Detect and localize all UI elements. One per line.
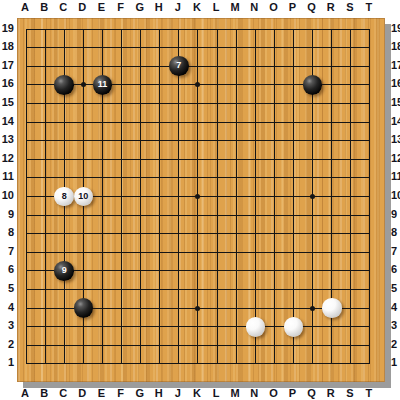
- column-label-top-J: J: [170, 1, 186, 14]
- row-label-right-2: 2: [391, 338, 400, 351]
- stone-white-R4[interactable]: [322, 298, 342, 318]
- column-label-bottom-M: M: [227, 387, 243, 400]
- row-label-right-5: 5: [391, 282, 400, 295]
- column-label-bottom-O: O: [265, 387, 281, 400]
- grid-line-horizontal: [26, 270, 370, 271]
- row-label-right-7: 7: [391, 245, 400, 258]
- column-label-bottom-J: J: [170, 387, 186, 400]
- column-label-top-D: D: [74, 1, 90, 14]
- row-label-left-1: 1: [0, 356, 14, 369]
- star-point-D16: [81, 82, 86, 87]
- column-label-top-A: A: [17, 1, 33, 14]
- stone-black-Q16[interactable]: [303, 75, 323, 95]
- column-label-bottom-S: S: [342, 387, 358, 400]
- row-label-right-10: 10: [391, 189, 400, 202]
- stone-white-D10-move-10[interactable]: 10: [74, 187, 94, 207]
- row-label-right-1: 1: [391, 356, 400, 369]
- column-label-bottom-Q: Q: [304, 387, 320, 400]
- stone-white-P3[interactable]: [284, 317, 304, 337]
- stone-black-E16-move-11[interactable]: 11: [93, 75, 113, 95]
- move-number-label: 10: [78, 187, 88, 207]
- column-label-bottom-F: F: [113, 387, 129, 400]
- star-point-K16: [195, 82, 200, 87]
- stone-white-N3[interactable]: [246, 317, 266, 337]
- row-label-right-13: 13: [391, 133, 400, 146]
- column-label-top-K: K: [189, 1, 205, 14]
- row-label-right-11: 11: [391, 170, 400, 183]
- grid-line-horizontal: [26, 215, 370, 216]
- grid-line-vertical: [293, 29, 294, 364]
- row-label-left-3: 3: [0, 319, 14, 332]
- move-number-label: 9: [62, 261, 67, 281]
- row-label-right-12: 12: [391, 152, 400, 165]
- column-label-bottom-B: B: [36, 387, 52, 400]
- column-label-top-G: G: [132, 1, 148, 14]
- grid-line-vertical: [255, 29, 256, 364]
- row-label-right-8: 8: [391, 226, 400, 239]
- star-point-Q10: [310, 194, 315, 199]
- row-label-left-4: 4: [0, 301, 14, 314]
- row-label-left-11: 11: [0, 170, 14, 183]
- move-number-label: 7: [176, 56, 181, 76]
- grid-line-vertical: [274, 29, 275, 364]
- grid-line-horizontal: [26, 289, 370, 290]
- row-label-right-16: 16: [391, 77, 400, 90]
- grid-line-vertical: [350, 29, 351, 364]
- column-label-top-C: C: [55, 1, 71, 14]
- column-label-bottom-E: E: [93, 387, 109, 400]
- grid-line-vertical: [236, 29, 237, 364]
- column-label-top-Q: Q: [304, 1, 320, 14]
- star-point-K4: [195, 306, 200, 311]
- column-label-bottom-P: P: [285, 387, 301, 400]
- column-label-top-B: B: [36, 1, 52, 14]
- column-label-bottom-G: G: [132, 387, 148, 400]
- row-label-left-17: 17: [0, 59, 14, 72]
- grid-line-horizontal: [26, 252, 370, 253]
- grid-line-horizontal: [26, 326, 370, 327]
- move-number-label: 8: [62, 187, 67, 207]
- column-label-top-M: M: [227, 1, 243, 14]
- row-label-left-2: 2: [0, 338, 14, 351]
- stone-white-C10-move-8[interactable]: 8: [54, 187, 74, 207]
- grid-line-horizontal: [26, 363, 370, 364]
- row-label-right-6: 6: [391, 263, 400, 276]
- row-label-right-4: 4: [391, 301, 400, 314]
- row-label-left-18: 18: [0, 40, 14, 53]
- go-board-surface[interactable]: 7911810: [17, 18, 385, 382]
- row-label-left-7: 7: [0, 245, 14, 258]
- grid-line-vertical: [369, 29, 370, 364]
- column-label-bottom-T: T: [361, 387, 377, 400]
- row-label-right-17: 17: [391, 59, 400, 72]
- column-label-top-F: F: [113, 1, 129, 14]
- stone-black-J17-move-7[interactable]: 7: [169, 56, 189, 76]
- go-diagram: 7911810 AABBCCDDEEFFGGHHJJKKLLMMNNOOPPQQ…: [0, 0, 400, 400]
- column-label-bottom-L: L: [208, 387, 224, 400]
- grid-line-horizontal: [26, 233, 370, 234]
- column-label-top-R: R: [323, 1, 339, 14]
- column-label-bottom-D: D: [74, 387, 90, 400]
- row-label-right-15: 15: [391, 96, 400, 109]
- row-label-left-14: 14: [0, 115, 14, 128]
- row-label-left-13: 13: [0, 133, 14, 146]
- column-label-top-O: O: [265, 1, 281, 14]
- column-label-bottom-H: H: [151, 387, 167, 400]
- row-label-left-9: 9: [0, 208, 14, 221]
- column-label-top-H: H: [151, 1, 167, 14]
- grid-line-horizontal: [26, 345, 370, 346]
- stone-black-C6-move-9[interactable]: 9: [54, 261, 74, 281]
- row-label-right-18: 18: [391, 40, 400, 53]
- row-label-right-9: 9: [391, 208, 400, 221]
- row-label-left-6: 6: [0, 263, 14, 276]
- row-label-left-19: 19: [0, 22, 14, 35]
- row-label-left-16: 16: [0, 77, 14, 90]
- grid-line-vertical: [217, 29, 218, 364]
- column-label-top-E: E: [93, 1, 109, 14]
- row-label-left-10: 10: [0, 189, 14, 202]
- column-label-bottom-N: N: [246, 387, 262, 400]
- column-label-top-L: L: [208, 1, 224, 14]
- stone-black-C16[interactable]: [54, 75, 74, 95]
- row-label-left-5: 5: [0, 282, 14, 295]
- column-label-top-N: N: [246, 1, 262, 14]
- column-label-bottom-K: K: [189, 387, 205, 400]
- move-number-label: 11: [98, 75, 108, 95]
- column-label-top-S: S: [342, 1, 358, 14]
- row-label-right-3: 3: [391, 319, 400, 332]
- row-label-right-19: 19: [391, 22, 400, 35]
- row-label-right-14: 14: [391, 115, 400, 128]
- star-point-Q4: [310, 306, 315, 311]
- row-label-left-15: 15: [0, 96, 14, 109]
- row-label-left-12: 12: [0, 152, 14, 165]
- star-point-K10: [195, 194, 200, 199]
- column-label-bottom-A: A: [17, 387, 33, 400]
- row-label-left-8: 8: [0, 226, 14, 239]
- stone-black-D4[interactable]: [74, 298, 94, 318]
- column-label-bottom-R: R: [323, 387, 339, 400]
- column-label-top-P: P: [285, 1, 301, 14]
- column-label-bottom-C: C: [55, 387, 71, 400]
- column-label-top-T: T: [361, 1, 377, 14]
